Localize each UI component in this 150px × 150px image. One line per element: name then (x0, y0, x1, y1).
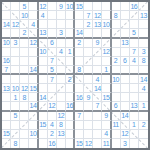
given-digit: 4 (50, 121, 53, 128)
cell-r10c1[interactable]: 13 (2, 84, 11, 93)
cell-r1c2[interactable] (11, 2, 20, 11)
cell-r11c9[interactable]: 16 (75, 93, 84, 102)
cell-r16c2[interactable]: 8 (11, 139, 20, 148)
cell-r6c5[interactable]: 10 (39, 48, 48, 57)
given-digit: 3 (142, 48, 145, 55)
given-digit: 4 (41, 12, 44, 19)
cell-r6c12[interactable]: 12 (102, 48, 111, 57)
cell-r6c10[interactable] (84, 48, 93, 57)
cell-r13c3[interactable] (20, 112, 29, 121)
cell-r4c9[interactable]: 14 (75, 29, 84, 38)
cell-r1c8[interactable]: 10 (66, 2, 75, 11)
cell-r13c14[interactable]: 14 (121, 112, 130, 121)
cell-r14c12[interactable] (102, 121, 111, 130)
cell-r13c16[interactable] (139, 112, 148, 121)
cell-r8c5[interactable] (39, 66, 48, 75)
cell-r3c13[interactable] (112, 20, 121, 29)
cell-r6c6[interactable] (48, 48, 57, 57)
cell-r5c15[interactable] (130, 39, 139, 48)
cell-r4c10[interactable] (84, 29, 93, 38)
cell-r12c4[interactable]: 14 (29, 102, 38, 111)
cell-r11c8[interactable] (66, 93, 75, 102)
cell-r2c14[interactable] (121, 11, 130, 20)
cell-r12c13[interactable]: 6 (112, 102, 121, 111)
cell-r8c15[interactable] (130, 66, 139, 75)
cell-r2c11[interactable]: 12 (93, 11, 102, 20)
cell-r13c2[interactable]: 5 (11, 112, 20, 121)
given-digit: 15 (3, 130, 10, 137)
cell-r10c2[interactable]: 10 (11, 84, 20, 93)
cell-r14c14[interactable] (121, 121, 130, 130)
given-digit: 4 (96, 76, 99, 83)
given-digit: 8 (142, 57, 145, 64)
cell-r7c1[interactable]: 16 (2, 57, 11, 66)
cell-r12c2[interactable] (11, 102, 20, 111)
cell-r9c7[interactable] (57, 75, 66, 84)
cell-r5c1[interactable]: 10 (2, 39, 11, 48)
given-digit: 9 (59, 3, 62, 10)
cell-r14c6[interactable]: 4 (48, 121, 57, 130)
given-digit: 14 (30, 66, 37, 73)
given-digit: 16 (3, 57, 10, 64)
cell-r9c14[interactable] (121, 75, 130, 84)
given-digit: 10 (66, 3, 73, 10)
cell-r14c1[interactable] (2, 121, 11, 130)
cell-r9c6[interactable]: 7 (48, 75, 57, 84)
cell-r12c7[interactable] (57, 102, 66, 111)
cell-r4c7[interactable]: 3 (57, 29, 66, 38)
cell-r8c12[interactable]: 1 (102, 66, 111, 75)
cell-r9c8[interactable]: 2 (66, 75, 75, 84)
cell-r4c4[interactable] (29, 29, 38, 38)
cell-r12c14[interactable] (121, 102, 130, 111)
cell-r8c16[interactable] (139, 66, 148, 75)
cell-r4c5[interactable]: 13 (39, 29, 48, 38)
given-digit: 12 (121, 130, 128, 137)
cell-r12c8[interactable]: 16 (66, 102, 75, 111)
cell-r9c10[interactable] (84, 75, 93, 84)
cell-r5c10[interactable] (84, 39, 93, 48)
cell-r11c2[interactable]: 1 (11, 93, 20, 102)
cell-r7c7[interactable] (57, 57, 66, 66)
cell-r14c9[interactable] (75, 121, 84, 130)
cell-r11c3[interactable]: 8 (20, 93, 29, 102)
cell-r13c13[interactable] (112, 112, 121, 121)
cell-r5c12[interactable] (102, 39, 111, 48)
cell-r7c6[interactable]: 7 (48, 57, 57, 66)
given-digit: 7 (50, 76, 53, 83)
given-digit: 3 (123, 140, 126, 147)
cell-r2c8[interactable] (66, 11, 75, 20)
cell-r14c4[interactable] (29, 121, 38, 130)
given-digit: 7 (77, 112, 80, 119)
cell-r3c15[interactable] (130, 20, 139, 29)
given-digit: 15 (76, 140, 83, 147)
cell-r8c2[interactable] (11, 66, 20, 75)
cell-r4c6[interactable] (48, 29, 57, 38)
cell-r16c6[interactable]: 16 (48, 139, 57, 148)
cell-r7c14[interactable]: 6 (121, 57, 130, 66)
cell-r1c4[interactable] (29, 2, 38, 11)
cell-r4c14[interactable] (121, 29, 130, 38)
cell-r1c14[interactable] (121, 2, 130, 11)
cell-r11c12[interactable]: 15 (102, 93, 111, 102)
cell-r3c6[interactable] (48, 20, 57, 29)
cell-r10c5[interactable] (39, 84, 48, 93)
cell-r13c12[interactable]: 9 (102, 112, 111, 121)
given-digit: 1 (13, 94, 16, 101)
cell-r7c5[interactable] (39, 57, 48, 66)
cell-r15c15[interactable] (130, 130, 139, 139)
given-digit: 11 (103, 140, 109, 147)
cell-r3c16[interactable] (139, 20, 148, 29)
cell-r10c7[interactable] (57, 84, 66, 93)
cell-r3c4[interactable]: 4 (29, 20, 38, 29)
cell-r15c9[interactable] (75, 130, 84, 139)
cell-r3c9[interactable] (75, 20, 84, 29)
given-digit: 4 (104, 130, 107, 137)
cell-r4c15[interactable]: 5 (130, 29, 139, 38)
cell-r12c11[interactable]: 7 (93, 102, 102, 111)
cell-r5c11[interactable]: 9 (93, 39, 102, 48)
cell-r15c13[interactable] (112, 130, 121, 139)
cell-r16c3[interactable] (20, 139, 29, 148)
cell-r1c5[interactable]: 12 (39, 2, 48, 11)
given-digit: 13 (3, 85, 10, 92)
given-digit: 16 (76, 94, 83, 101)
cell-r6c16[interactable]: 3 (139, 48, 148, 57)
cell-r8c8[interactable] (66, 66, 75, 75)
cell-r8c7[interactable] (57, 66, 66, 75)
cell-r13c7[interactable]: 12 (57, 112, 66, 121)
cell-r16c4[interactable] (29, 139, 38, 148)
cell-r10c10[interactable] (84, 84, 93, 93)
cell-r16c7[interactable] (57, 139, 66, 148)
cell-r10c6[interactable] (48, 84, 57, 93)
given-digit: 13 (39, 29, 46, 36)
cell-r6c1[interactable] (2, 48, 11, 57)
given-digit: 8 (13, 140, 16, 147)
cell-r8c3[interactable] (20, 66, 29, 75)
cell-r11c1[interactable] (2, 93, 11, 102)
cell-r5c2[interactable]: 3 (11, 39, 20, 48)
cell-r15c16[interactable] (139, 130, 148, 139)
cell-r1c16[interactable] (139, 2, 148, 11)
cell-r1c6[interactable] (48, 2, 57, 11)
cell-r12c6[interactable]: 12 (48, 102, 57, 111)
cell-r15c7[interactable]: 13 (57, 130, 66, 139)
cell-r14c10[interactable] (84, 121, 93, 130)
cell-r15c14[interactable]: 12 (121, 130, 130, 139)
cell-r11c16[interactable] (139, 93, 148, 102)
cell-r2c4[interactable] (29, 11, 38, 20)
cell-r7c2[interactable] (11, 57, 20, 66)
given-digit: 10 (21, 12, 28, 19)
cell-r1c3[interactable]: 5 (20, 2, 29, 11)
cell-r12c16[interactable]: 1 (139, 102, 148, 111)
cell-r11c10[interactable]: 9 (84, 93, 93, 102)
given-digit: 2 (50, 130, 53, 137)
cell-r11c14[interactable] (121, 93, 130, 102)
cell-r15c10[interactable] (84, 130, 93, 139)
given-digit: 15 (30, 85, 37, 92)
cell-r5c8[interactable] (66, 39, 75, 48)
given-digit: 1 (132, 121, 135, 128)
cell-r4c3[interactable]: 2 (20, 29, 29, 38)
cell-r5c9[interactable]: 2 (75, 39, 84, 48)
cell-r4c16[interactable] (139, 29, 148, 38)
cell-r2c12[interactable] (102, 11, 111, 20)
cell-r6c7[interactable]: 4 (57, 48, 66, 57)
cell-r12c15[interactable]: 13 (130, 102, 139, 111)
cell-r5c6[interactable]: 6 (48, 39, 57, 48)
cell-r10c3[interactable]: 12 (20, 84, 29, 93)
given-digit: 16 (48, 140, 55, 147)
cell-r14c7[interactable]: 8 (57, 121, 66, 130)
cell-r4c13[interactable] (112, 29, 121, 38)
cell-r15c4[interactable]: 10 (29, 130, 38, 139)
cell-r13c8[interactable] (66, 112, 75, 121)
given-digit: 8 (23, 94, 26, 101)
cell-r15c8[interactable] (66, 130, 75, 139)
cell-r1c10[interactable] (84, 2, 93, 11)
cell-r16c12[interactable]: 11 (102, 139, 111, 148)
cell-r6c15[interactable]: 7 (130, 48, 139, 57)
cell-r15c12[interactable]: 4 (102, 130, 111, 139)
cell-r1c7[interactable]: 9 (57, 2, 66, 11)
cell-r6c13[interactable] (112, 48, 121, 57)
cell-r2c15[interactable] (130, 11, 139, 20)
cell-r10c14[interactable] (121, 84, 130, 93)
cell-r11c15[interactable] (130, 93, 139, 102)
cell-r7c13[interactable]: 2 (112, 57, 121, 66)
cell-r4c11[interactable] (93, 29, 102, 38)
cell-r2c6[interactable] (48, 11, 57, 20)
cell-r6c14[interactable] (121, 48, 130, 57)
cell-r1c9[interactable]: 15 (75, 2, 84, 11)
cell-r12c9[interactable] (75, 102, 84, 111)
cell-r7c9[interactable] (75, 57, 84, 66)
cell-r12c10[interactable] (84, 102, 93, 111)
cell-r8c1[interactable]: 7 (2, 66, 11, 75)
cell-r4c12[interactable] (102, 29, 111, 38)
cell-r1c13[interactable] (112, 2, 121, 11)
cell-r6c4[interactable] (29, 48, 38, 57)
cell-r5c5[interactable] (39, 39, 48, 48)
cell-r9c2[interactable] (11, 75, 20, 84)
cell-r15c11[interactable] (93, 130, 102, 139)
cell-r2c7[interactable] (57, 11, 66, 20)
cell-r13c15[interactable] (130, 112, 139, 121)
cell-r2c10[interactable]: 7 (84, 11, 93, 20)
cell-r9c1[interactable] (2, 75, 11, 84)
given-digit: 10 (112, 76, 119, 83)
cell-r13c1[interactable] (2, 112, 11, 121)
cell-r7c8[interactable] (66, 57, 75, 66)
cell-r13c4[interactable] (29, 112, 38, 121)
cell-r4c8[interactable] (66, 29, 75, 38)
cell-r14c2[interactable] (11, 121, 20, 130)
cell-r6c3[interactable] (20, 48, 29, 57)
given-digit: 2 (86, 21, 89, 28)
cell-r16c9[interactable]: 15 (75, 139, 84, 148)
cell-r5c7[interactable] (57, 39, 66, 48)
cell-r13c5[interactable] (39, 112, 48, 121)
given-digit: 1 (104, 66, 107, 73)
cell-r11c7[interactable] (57, 93, 66, 102)
given-digit: 5 (13, 112, 16, 119)
cell-r10c9[interactable] (75, 84, 84, 93)
cell-r2c3[interactable]: 10 (20, 11, 29, 20)
cell-r1c15[interactable]: 16 (130, 2, 139, 11)
cell-r9c3[interactable] (20, 75, 29, 84)
cell-r9c16[interactable]: 14 (139, 75, 148, 84)
cell-r5c3[interactable] (20, 39, 29, 48)
cell-r10c12[interactable] (102, 84, 111, 93)
cell-r16c8[interactable] (66, 139, 75, 148)
cell-r7c11[interactable] (93, 57, 102, 66)
cell-r9c5[interactable] (39, 75, 48, 84)
cell-r5c14[interactable]: 13 (121, 39, 130, 48)
cell-r15c2[interactable] (11, 130, 20, 139)
given-digit: 12 (21, 85, 28, 92)
cell-r9c13[interactable]: 10 (112, 75, 121, 84)
cell-r14c3[interactable] (20, 121, 29, 130)
cell-r13c10[interactable] (84, 112, 93, 121)
cell-r8c10[interactable] (84, 66, 93, 75)
given-digit: 7 (96, 102, 99, 109)
cell-r1c1[interactable] (2, 2, 11, 11)
cell-r10c8[interactable] (66, 84, 75, 93)
cell-r9c15[interactable] (130, 75, 139, 84)
cell-r15c3[interactable] (20, 130, 29, 139)
given-digit: 13 (94, 21, 101, 28)
cell-r3c11[interactable]: 13 (93, 20, 102, 29)
given-digit: 16 (130, 3, 137, 10)
cell-r9c9[interactable] (75, 75, 84, 84)
cell-r13c9[interactable]: 7 (75, 112, 84, 121)
cell-r16c13[interactable] (112, 139, 121, 148)
cell-r11c6[interactable] (48, 93, 57, 102)
cell-r14c8[interactable] (66, 121, 75, 130)
cell-r7c12[interactable] (102, 57, 111, 66)
cell-r9c11[interactable]: 4 (93, 75, 102, 84)
given-digit: 10 (103, 21, 110, 28)
cell-r16c15[interactable] (130, 139, 139, 148)
cell-r2c9[interactable] (75, 11, 84, 20)
cell-r11c11[interactable] (93, 93, 102, 102)
cell-r7c16[interactable]: 8 (139, 57, 148, 66)
cell-r16c11[interactable] (93, 139, 102, 148)
cell-r10c11[interactable]: 14 (93, 84, 102, 93)
cell-r11c4[interactable] (29, 93, 38, 102)
cell-r11c5[interactable]: 14 (39, 93, 48, 102)
given-digit: 7 (132, 48, 135, 55)
cell-r10c4[interactable]: 15 (29, 84, 38, 93)
cell-r8c11[interactable] (93, 66, 102, 75)
cell-r12c12[interactable] (102, 102, 111, 111)
cell-r8c9[interactable]: 8 (75, 66, 84, 75)
cell-r3c2[interactable]: 12 (11, 20, 20, 29)
cell-r15c5[interactable] (39, 130, 48, 139)
cell-r16c5[interactable] (39, 139, 48, 148)
cell-r16c1[interactable] (2, 139, 11, 148)
cell-r12c3[interactable] (20, 102, 29, 111)
cell-r16c16[interactable] (139, 139, 148, 148)
cell-r3c3[interactable] (20, 20, 29, 29)
cell-r16c10[interactable]: 12 (84, 139, 93, 148)
cell-r6c11[interactable] (93, 48, 102, 57)
cell-r7c15[interactable]: 4 (130, 57, 139, 66)
cell-r14c16[interactable]: 2 (139, 121, 148, 130)
cell-r6c9[interactable] (75, 48, 84, 57)
cell-r6c8[interactable]: 1 (66, 48, 75, 57)
cell-r2c1[interactable] (2, 11, 11, 20)
cell-r2c13[interactable]: 8 (112, 11, 121, 20)
cell-r14c11[interactable] (93, 121, 102, 130)
cell-r8c6[interactable]: 5 (48, 66, 57, 75)
given-digit: 7 (86, 12, 89, 19)
cell-r7c10[interactable] (84, 57, 93, 66)
cell-r16c14[interactable]: 3 (121, 139, 130, 148)
cell-r12c5[interactable] (39, 102, 48, 111)
cell-r11c13[interactable] (112, 93, 121, 102)
given-digit: 13 (57, 130, 64, 137)
cell-r8c13[interactable] (112, 66, 121, 75)
cell-r10c16[interactable]: 4 (139, 84, 148, 93)
cell-r10c15[interactable] (130, 84, 139, 93)
cell-r2c5[interactable]: 4 (39, 11, 48, 20)
cell-r3c12[interactable]: 10 (102, 20, 111, 29)
cell-r14c13[interactable]: 11 (112, 121, 121, 130)
cell-r14c5[interactable]: 15 (39, 121, 48, 130)
given-digit: 2 (114, 57, 117, 64)
cell-r3c5[interactable] (39, 20, 48, 29)
cell-r5c16[interactable] (139, 39, 148, 48)
cell-r5c13[interactable] (112, 39, 121, 48)
cell-r12c1[interactable] (2, 102, 11, 111)
cell-r1c11[interactable] (93, 2, 102, 11)
cell-r5c4[interactable]: 12 (29, 39, 38, 48)
cell-r15c6[interactable]: 2 (48, 130, 57, 139)
cell-r8c4[interactable]: 14 (29, 66, 38, 75)
cell-r1c12[interactable] (102, 2, 111, 11)
cell-r9c4[interactable] (29, 75, 38, 84)
cell-r2c2[interactable] (11, 11, 20, 20)
cell-r6c2[interactable] (11, 48, 20, 57)
cell-r3c8[interactable] (66, 20, 75, 29)
cell-r2c16[interactable]: 13 (139, 11, 148, 20)
cell-r13c11[interactable] (93, 112, 102, 121)
cell-r3c10[interactable]: 2 (84, 20, 93, 29)
cell-r14c15[interactable]: 1 (130, 121, 139, 130)
given-digit: 14 (30, 102, 37, 109)
given-digit: 4 (31, 21, 34, 28)
cell-r4c1[interactable] (2, 29, 11, 38)
cell-r7c4[interactable] (29, 57, 38, 66)
cell-r8c14[interactable] (121, 66, 130, 75)
cell-r3c7[interactable] (57, 20, 66, 29)
given-digit: 16 (66, 102, 73, 109)
cell-r3c1[interactable]: 14 (2, 20, 11, 29)
cell-r10c13[interactable] (112, 84, 121, 93)
cell-r13c6[interactable] (48, 112, 57, 121)
cell-r9c12[interactable] (102, 75, 111, 84)
cell-r15c1[interactable]: 15 (2, 130, 11, 139)
cell-r4c2[interactable] (11, 29, 20, 38)
cell-r3c14[interactable] (121, 20, 130, 29)
cell-r7c3[interactable] (20, 57, 29, 66)
